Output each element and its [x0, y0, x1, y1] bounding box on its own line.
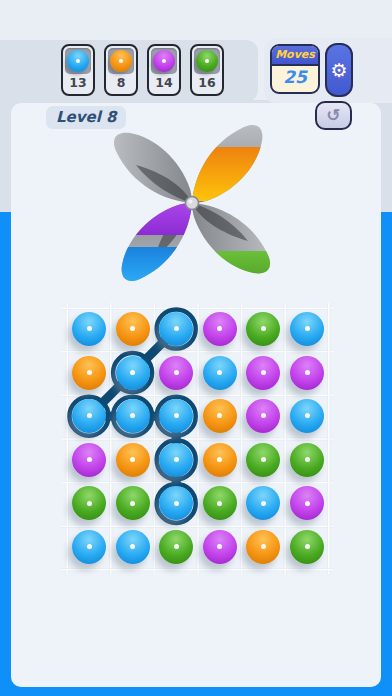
grid-ball-blue-r3c2[interactable]: [116, 399, 150, 433]
grid-ball-blue-r3c1[interactable]: [72, 399, 106, 433]
grid-ball-orange-r4c2[interactable]: [116, 443, 150, 477]
grid-ball-green-r6c3[interactable]: [159, 530, 193, 564]
grid-ball-green-r4c5[interactable]: [246, 443, 280, 477]
grid-ball-blue-r6c2[interactable]: [116, 530, 150, 564]
grid-ball-orange-r1c2[interactable]: [116, 312, 150, 346]
counter-value-green: 16: [198, 75, 215, 91]
pinwheel-graphic: [92, 113, 297, 298]
counter-value-orange: 8: [117, 75, 126, 91]
pinwheel-blade-green: [192, 203, 270, 273]
counter-card-purple: 14: [147, 44, 181, 96]
moves-panel: Moves 25: [270, 44, 320, 94]
grid-ball-purple-r4c1[interactable]: [72, 443, 106, 477]
counter-well: [194, 48, 220, 74]
grid-ball-blue-r2c4[interactable]: [203, 356, 237, 390]
pinwheel-blade-gray: [114, 133, 192, 203]
counter-well: [108, 48, 134, 74]
moves-label: Moves: [272, 46, 318, 66]
blue-ball-icon: [67, 50, 89, 72]
grid-ball-green-r6c6[interactable]: [290, 530, 324, 564]
gear-icon: ⚙: [330, 61, 347, 80]
counter-well: [151, 48, 177, 74]
pinwheel-pin-highlight: [189, 200, 193, 204]
pinwheel-blade-orange: [192, 125, 262, 203]
grid-ball-purple-r2c5[interactable]: [246, 356, 280, 390]
grid-ball-green-r5c4[interactable]: [203, 486, 237, 520]
grid-ball-purple-r2c6[interactable]: [290, 356, 324, 390]
counter-card-blue: 13: [61, 44, 95, 96]
goal-counters: 13 8 14 16: [61, 44, 224, 96]
grid-ball-orange-r3c4[interactable]: [203, 399, 237, 433]
counter-well: [65, 48, 91, 74]
undo-button[interactable]: ↺: [315, 101, 352, 130]
counter-value-blue: 13: [69, 75, 86, 91]
grid-ball-blue-r4c3[interactable]: [159, 443, 193, 477]
purple-ball-icon: [153, 50, 175, 72]
grid-ball-orange-r2c1[interactable]: [72, 356, 106, 390]
orange-ball-icon: [110, 50, 132, 72]
pinwheel-pin: [186, 197, 199, 210]
game-board: [56, 297, 337, 580]
counter-card-orange: 8: [104, 44, 138, 96]
grid-ball-green-r5c2[interactable]: [116, 486, 150, 520]
grid-ball-green-r4c6[interactable]: [290, 443, 324, 477]
grid-ball-blue-r6c1[interactable]: [72, 530, 106, 564]
hud-right: Moves 25 ⚙: [270, 44, 353, 97]
grid-ball-blue-r1c6[interactable]: [290, 312, 324, 346]
counter-value-purple: 14: [155, 75, 172, 91]
grid-ball-orange-r4c4[interactable]: [203, 443, 237, 477]
moves-value: 25: [272, 66, 318, 87]
pinwheel-blade-purple-blue: [122, 203, 192, 281]
grid-ball-purple-r2c3[interactable]: [159, 356, 193, 390]
counter-card-green: 16: [190, 44, 224, 96]
grid-ball-blue-r3c6[interactable]: [290, 399, 324, 433]
grid-ball-blue-r2c2[interactable]: [116, 356, 150, 390]
grid-ball-purple-r1c4[interactable]: [203, 312, 237, 346]
undo-icon: ↺: [326, 107, 340, 124]
grid-ball-blue-r1c3[interactable]: [159, 312, 193, 346]
settings-button[interactable]: ⚙: [325, 43, 353, 97]
green-ball-icon: [196, 50, 218, 72]
grid-ball-blue-r1c1[interactable]: [72, 312, 106, 346]
grid-ball-purple-r6c4[interactable]: [203, 530, 237, 564]
game-screen: 13 8 14 16 Moves 25 ⚙ Le: [0, 0, 392, 696]
